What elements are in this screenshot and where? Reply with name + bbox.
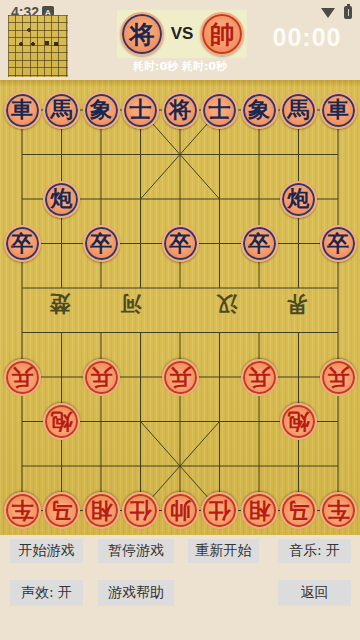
piece-red-帅[interactable]: 帅 [162, 492, 199, 529]
river-text-char: 汉 [212, 292, 242, 318]
start-game-button[interactable]: 开始游戏 [10, 539, 83, 563]
red-general-icon: 帥 [200, 12, 244, 56]
piece-red-兵[interactable]: 兵 [83, 359, 120, 396]
piece-black-馬[interactable]: 馬 [280, 92, 317, 129]
piece-black-卒[interactable]: 卒 [83, 225, 120, 262]
piece-black-炮[interactable]: 炮 [43, 181, 80, 218]
game-timer: 00:00 [267, 23, 347, 52]
piece-red-兵[interactable]: 兵 [320, 359, 357, 396]
piece-red-仕[interactable]: 仕 [122, 492, 159, 529]
elapsed-time-label: 耗时:0秒 耗时:0秒 [0, 59, 360, 74]
river-text-char: 河 [116, 292, 146, 318]
piece-red-炮[interactable]: 炮 [43, 403, 80, 440]
piece-red-相[interactable]: 相 [241, 492, 278, 529]
piece-red-兵[interactable]: 兵 [241, 359, 278, 396]
river-text-char: 楚 [45, 292, 75, 318]
river-text-char: 界 [282, 292, 312, 318]
vs-label: VS [171, 24, 194, 44]
piece-black-車[interactable]: 車 [4, 92, 41, 129]
piece-red-车[interactable]: 车 [320, 492, 357, 529]
help-button[interactable]: 游戏帮助 [98, 580, 174, 606]
piece-red-马[interactable]: 马 [280, 492, 317, 529]
piece-black-卒[interactable]: 卒 [162, 225, 199, 262]
piece-black-馬[interactable]: 馬 [43, 92, 80, 129]
piece-red-兵[interactable]: 兵 [4, 359, 41, 396]
app-screen: 4:32 A 将 VS 帥 耗时:0秒 耗时:0秒 00:00 楚河汉界車馬象士… [0, 0, 360, 640]
music-toggle-button[interactable]: 音乐: 开 [278, 539, 351, 563]
piece-black-炮[interactable]: 炮 [280, 181, 317, 218]
piece-black-卒[interactable]: 卒 [4, 225, 41, 262]
piece-black-象[interactable]: 象 [83, 92, 120, 129]
piece-black-卒[interactable]: 卒 [320, 225, 357, 262]
piece-red-马[interactable]: 马 [43, 492, 80, 529]
piece-red-兵[interactable]: 兵 [162, 359, 199, 396]
piece-black-車[interactable]: 車 [320, 92, 357, 129]
vs-panel: 将 VS 帥 [117, 10, 247, 58]
piece-red-仕[interactable]: 仕 [201, 492, 238, 529]
pause-game-button[interactable]: 暂停游戏 [98, 539, 174, 563]
wifi-icon [321, 8, 335, 18]
sound-toggle-button[interactable]: 声效: 开 [10, 580, 83, 606]
back-button[interactable]: 返回 [278, 580, 351, 606]
piece-black-卒[interactable]: 卒 [241, 225, 278, 262]
piece-black-将[interactable]: 将 [162, 92, 199, 129]
piece-red-车[interactable]: 车 [4, 492, 41, 529]
piece-red-相[interactable]: 相 [83, 492, 120, 529]
piece-red-炮[interactable]: 炮 [280, 403, 317, 440]
xiangqi-board[interactable]: 楚河汉界車馬象士将士象馬車炮炮卒卒卒卒卒兵兵兵兵兵炮炮车马相仕帅仕相马车 [0, 80, 360, 535]
restart-button[interactable]: 重新开始 [188, 539, 259, 563]
black-general-icon: 将 [120, 12, 164, 56]
piece-black-士[interactable]: 士 [201, 92, 238, 129]
piece-black-士[interactable]: 士 [122, 92, 159, 129]
battery-icon [344, 6, 352, 19]
piece-black-象[interactable]: 象 [241, 92, 278, 129]
